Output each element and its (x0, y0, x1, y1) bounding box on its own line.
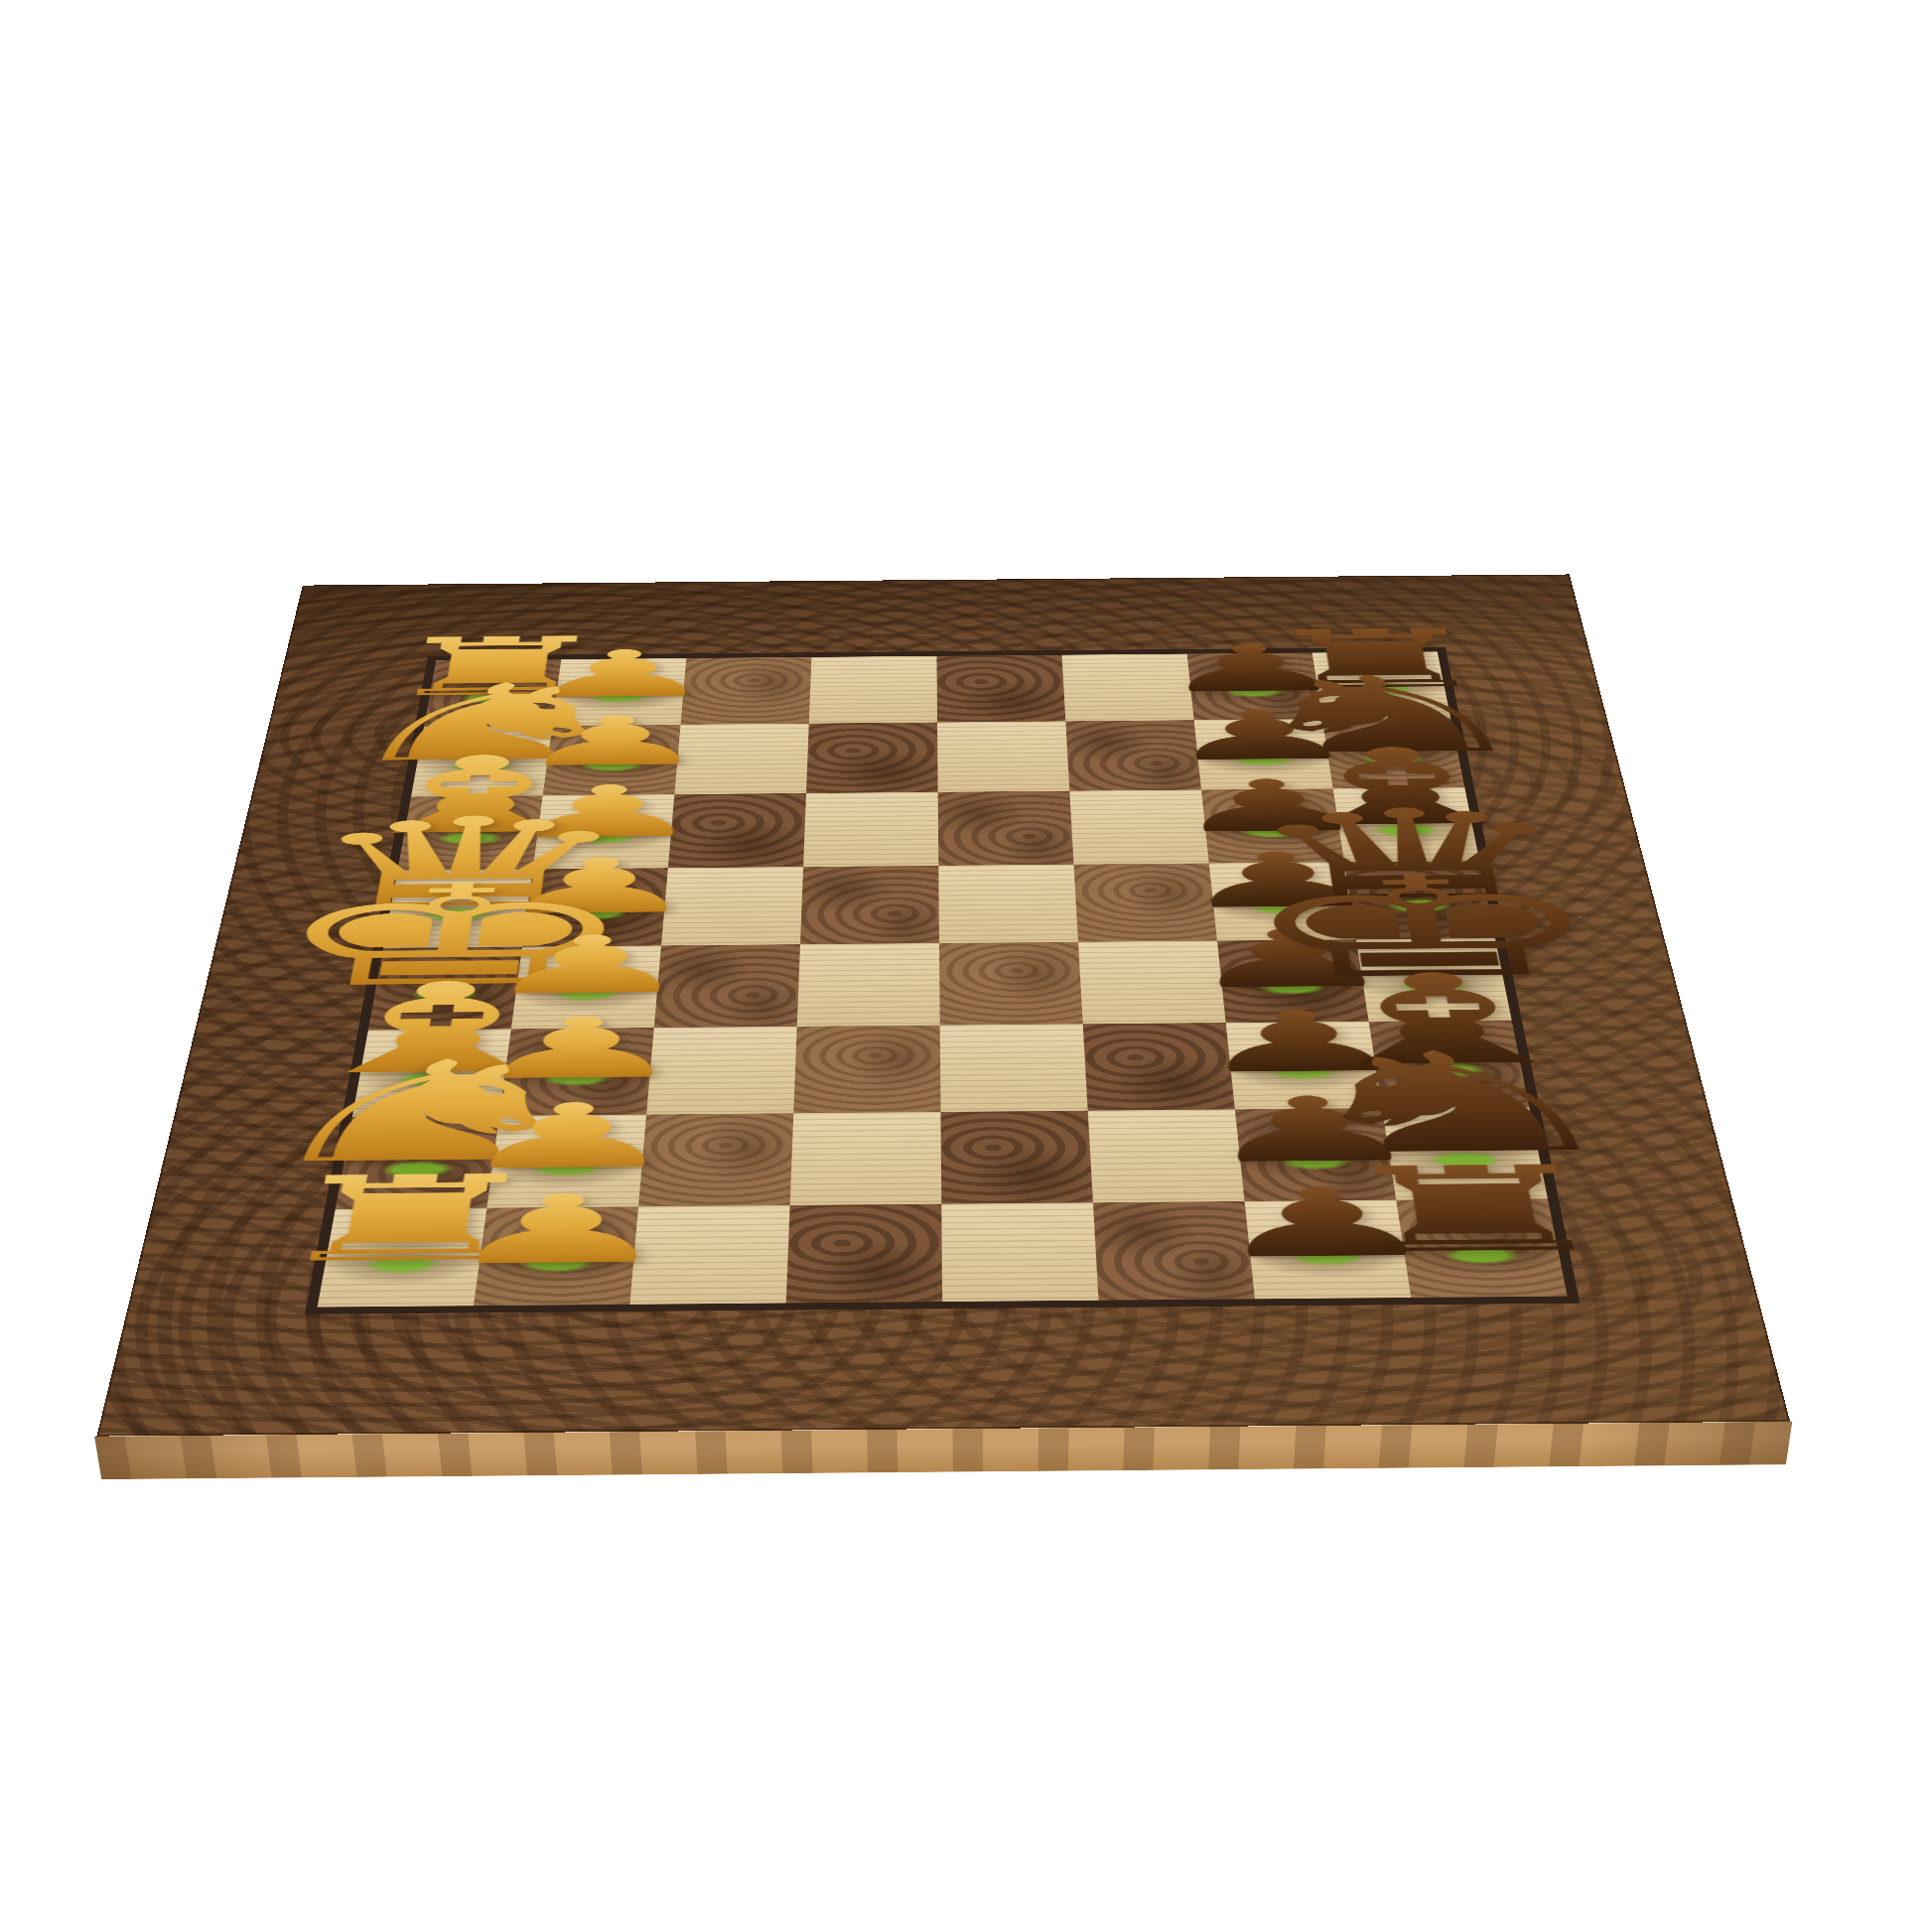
square-d5 (938, 865, 1078, 943)
square-h2: ♟ (474, 1206, 638, 1306)
square-g5 (940, 1111, 1092, 1204)
piece-black-pawn-g7: ♟ (1193, 1084, 1433, 1175)
felt-base (1271, 1151, 1360, 1172)
piece-shadow (465, 1136, 668, 1194)
piece-shadow (451, 1229, 661, 1292)
piece-black-rook-h8: ♜ (1320, 1151, 1633, 1271)
felt-base (1282, 1245, 1374, 1268)
piece-black-pawn-h7: ♟ (1201, 1174, 1449, 1271)
square-h6 (1093, 1201, 1255, 1301)
square-g6 (1088, 1109, 1245, 1202)
square-e4 (797, 943, 940, 1027)
square-h8: ♜ (1396, 1198, 1567, 1298)
square-f5 (940, 1024, 1088, 1112)
board-front-edge (94, 1422, 1792, 1479)
piece-shadow (1222, 1223, 1434, 1286)
felt-base (372, 1159, 463, 1179)
piece-white-pawn-g2: ♟ (450, 1091, 687, 1182)
square-h1: ♜ (318, 1208, 487, 1308)
square-b4 (806, 723, 938, 793)
piece-black-knight-g8: ♞ (1268, 1034, 1650, 1175)
square-a5 (936, 655, 1065, 723)
square-f6 (1083, 1023, 1235, 1111)
square-h5 (941, 1202, 1098, 1302)
square-g1: ♞ (336, 1116, 499, 1209)
square-g8: ♞ (1382, 1107, 1548, 1200)
board-grid: ♜♟♟♜♞♟♟♞♝♟♟♝♛♟♟♛♚♟♟♚♝♟♟♝♞♟♟♞♜♟♟♜ (318, 651, 1568, 1307)
square-h3 (629, 1205, 789, 1305)
square-f3 (646, 1027, 797, 1115)
piece-shadow (314, 1137, 520, 1195)
square-c5 (938, 791, 1074, 866)
piece-white-knight-g1: ♞ (232, 1041, 612, 1183)
square-a4 (809, 656, 937, 724)
piece-shadow (295, 1231, 508, 1294)
square-h7: ♟ (1245, 1200, 1412, 1300)
square-d4 (800, 866, 939, 944)
square-e5 (939, 942, 1083, 1026)
square-c4 (803, 792, 938, 867)
playing-area: ♜♟♟♜♞♟♟♞♝♟♟♝♛♟♟♛♚♟♟♚♝♟♟♝♞♟♟♞♜♟♟♜ (305, 647, 1580, 1314)
square-g3 (638, 1113, 793, 1206)
chessboard-scene: ♜♟♟♜♞♟♟♞♝♟♟♝♛♟♟♛♚♟♟♚♝♟♟♝♞♟♟♞♜♟♟♜ (208, 212, 1671, 1675)
square-g4 (790, 1112, 942, 1205)
felt-base (510, 1252, 603, 1275)
piece-shadow (1213, 1130, 1418, 1188)
felt-base (1436, 1244, 1529, 1267)
square-f4 (793, 1026, 940, 1114)
square-g2: ♟ (486, 1115, 646, 1208)
felt-base (1420, 1150, 1510, 1171)
piece-white-pawn-h2: ♟ (436, 1181, 681, 1278)
square-b5 (937, 721, 1069, 791)
square-g7: ♟ (1235, 1108, 1396, 1201)
felt-base (522, 1158, 612, 1178)
chessboard: ♜♟♟♜♞♟♟♞♝♟♟♝♛♟♟♛♚♟♟♚♝♟♟♝♞♟♟♞♜♟♟♜ (96, 574, 1790, 1436)
piece-white-rook-h1: ♜ (251, 1160, 562, 1280)
piece-shadow (1375, 1221, 1589, 1284)
square-h4 (786, 1204, 942, 1304)
felt-base (355, 1254, 449, 1277)
piece-shadow (1361, 1128, 1569, 1186)
